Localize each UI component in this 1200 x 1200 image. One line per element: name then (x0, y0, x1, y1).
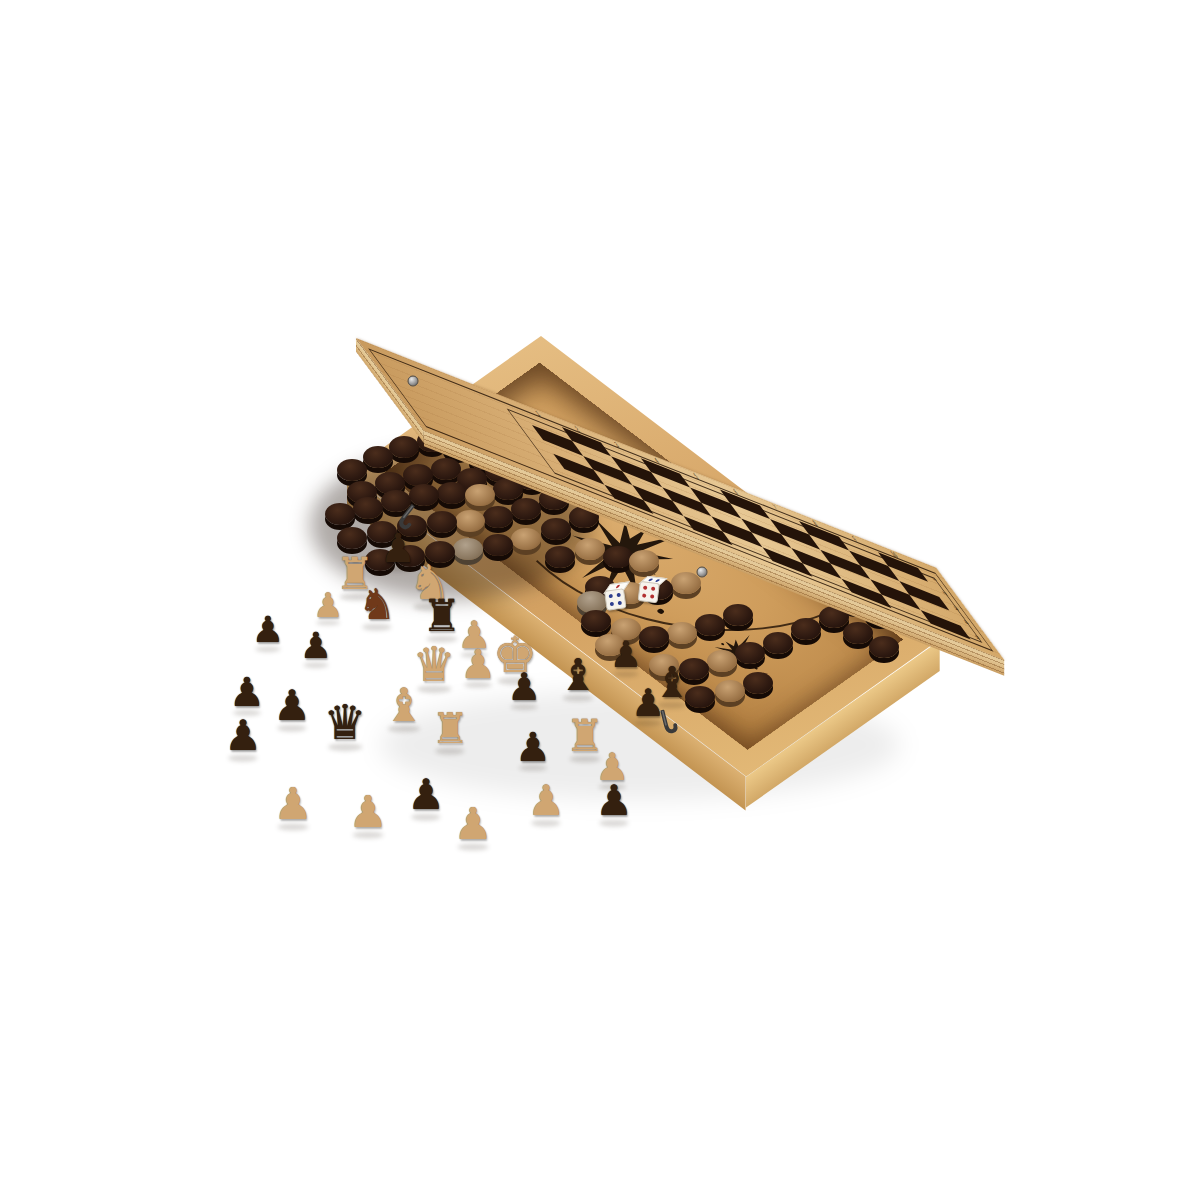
die-front-face (604, 588, 627, 611)
hinge-screw (408, 376, 419, 387)
die-front-face (638, 581, 660, 603)
draughts-man-tan (465, 484, 495, 506)
draughts-man-tan (455, 510, 485, 532)
draughts-man-dark (743, 672, 773, 694)
light-rook: ♜ (431, 708, 469, 750)
dark-pawn: ♟ (507, 668, 541, 706)
light-pawn: ♟ (460, 644, 496, 684)
pip (642, 593, 646, 597)
draughts-man-dark (337, 527, 367, 549)
draughts-man-dark (763, 632, 793, 654)
draughts-man-dark (403, 464, 433, 486)
draughts-man-tan (511, 528, 541, 550)
dark-pawn: ♟ (610, 637, 642, 673)
draughts-man-tan (629, 550, 659, 572)
draughts-man-dark (353, 497, 383, 519)
draughts-man-grey (453, 538, 483, 560)
pip (616, 593, 621, 598)
pip (610, 602, 615, 607)
pip (648, 578, 654, 581)
dark-pawn: ♟ (229, 672, 265, 712)
hinge-screw (697, 567, 708, 578)
draughts-man-dark (363, 446, 393, 468)
draughts-man-dark (791, 618, 821, 640)
draughts-man-dark (409, 484, 439, 506)
dark-bishop: ♝ (558, 653, 597, 697)
light-pawn: ♟ (453, 802, 492, 846)
draughts-man-dark (483, 506, 513, 528)
draughts-man-dark (545, 546, 575, 568)
product-photo-scene: 12345678910 12345 ♟♜♞♟♞♜♟♟♟♟♚♟♛♝♝♟♟♟♟♝♛♜… (0, 0, 1200, 1200)
light-pawn: ♟ (313, 588, 343, 622)
draughts-man-tan (715, 680, 745, 702)
draughts-man-dark (483, 534, 513, 556)
draughts-man-dark (603, 546, 633, 568)
light-pawn: ♟ (527, 780, 565, 822)
dark-pawn: ♟ (595, 780, 633, 822)
pip (643, 585, 647, 589)
pip (651, 586, 655, 590)
light-pawn: ♟ (348, 790, 387, 834)
pip (618, 601, 623, 606)
dark-rook: ♜ (422, 594, 461, 638)
light-bishop: ♝ (383, 682, 424, 728)
draughts-man-dark (869, 636, 899, 658)
draughts-man-tan (671, 572, 701, 594)
dark-pawn: ♟ (300, 628, 332, 664)
draughts-man-tan (707, 650, 737, 672)
dark-queen: ♛ (323, 698, 366, 746)
draughts-man-dark (541, 518, 571, 540)
draughts-man-tan (575, 538, 605, 560)
draughts-man-dark (511, 498, 541, 520)
draughts-man-tan (667, 622, 697, 644)
dark-pawn: ♟ (224, 715, 262, 757)
draughts-man-dark (337, 459, 367, 481)
dark-pawn: ♟ (515, 727, 551, 767)
draughts-man-dark (843, 622, 873, 644)
draughts-man-dark (639, 626, 669, 648)
draughts-man-dark (723, 604, 753, 626)
dark-pawn: ♟ (252, 612, 284, 648)
draughts-man-dark (437, 482, 467, 504)
draughts-man-dark (735, 642, 765, 664)
draughts-man-dark (581, 610, 611, 632)
redwood-knight: ♞ (358, 584, 396, 626)
pip (609, 594, 614, 599)
dark-pawn: ♟ (407, 774, 445, 816)
draughts-man-dark (325, 503, 355, 525)
draughts-man-dark (427, 511, 457, 533)
light-pawn: ♟ (273, 782, 312, 826)
draughts-man-dark (695, 614, 725, 636)
pip (655, 579, 661, 582)
draughts-man-dark (389, 436, 419, 458)
pip (650, 594, 654, 598)
dark-pawn: ♟ (631, 684, 665, 722)
dark-pawn: ♟ (273, 685, 311, 727)
